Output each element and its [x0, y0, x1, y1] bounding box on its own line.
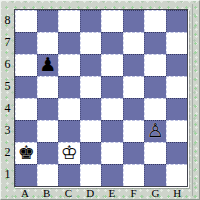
board-frame: 87654321 ♟♙♚♔ ABCDEFGH	[0, 0, 200, 200]
file-label-d: D	[79, 187, 101, 199]
square-g1[interactable]	[144, 164, 166, 186]
square-b4[interactable]	[37, 98, 59, 120]
rank-label-8: 8	[1, 9, 14, 31]
square-f8[interactable]	[123, 10, 145, 32]
square-a5[interactable]	[15, 76, 37, 98]
square-d7[interactable]	[80, 32, 102, 54]
black-pawn[interactable]: ♟	[39, 55, 56, 74]
square-g8[interactable]	[144, 10, 166, 32]
square-a8[interactable]	[15, 10, 37, 32]
square-f7[interactable]	[123, 32, 145, 54]
square-d1[interactable]	[80, 164, 102, 186]
rank-label-3: 3	[1, 119, 14, 141]
square-a3[interactable]	[15, 120, 37, 142]
square-f3[interactable]	[123, 120, 145, 142]
square-a4[interactable]	[15, 98, 37, 120]
square-h4[interactable]	[166, 98, 188, 120]
rank-label-7: 7	[1, 31, 14, 53]
square-e6[interactable]	[101, 54, 123, 76]
square-a2[interactable]: ♚	[15, 142, 37, 164]
square-f5[interactable]	[123, 76, 145, 98]
square-h2[interactable]	[166, 142, 188, 164]
rank-label-6: 6	[1, 53, 14, 75]
file-label-f: F	[123, 187, 145, 199]
square-h6[interactable]	[166, 54, 188, 76]
square-d5[interactable]	[80, 76, 102, 98]
square-a1[interactable]	[15, 164, 37, 186]
frame-groove	[192, 4, 193, 196]
rank-label-4: 4	[1, 97, 14, 119]
rank-label-5: 5	[1, 75, 14, 97]
square-d8[interactable]	[80, 10, 102, 32]
square-c5[interactable]	[58, 76, 80, 98]
square-f1[interactable]	[123, 164, 145, 186]
file-label-e: E	[101, 187, 123, 199]
square-e1[interactable]	[101, 164, 123, 186]
rank-label-2: 2	[1, 141, 14, 163]
square-h1[interactable]	[166, 164, 188, 186]
white-pawn[interactable]: ♙	[147, 121, 164, 140]
square-g7[interactable]	[144, 32, 166, 54]
square-g2[interactable]	[144, 142, 166, 164]
square-d4[interactable]	[80, 98, 102, 120]
square-g4[interactable]	[144, 98, 166, 120]
file-label-a: A	[14, 187, 36, 199]
rank-labels: 87654321	[1, 9, 14, 185]
square-a6[interactable]	[15, 54, 37, 76]
square-c8[interactable]	[58, 10, 80, 32]
square-h7[interactable]	[166, 32, 188, 54]
square-g3[interactable]: ♙	[144, 120, 166, 142]
square-c3[interactable]	[58, 120, 80, 142]
square-b5[interactable]	[37, 76, 59, 98]
square-e2[interactable]	[101, 142, 123, 164]
black-king[interactable]: ♚	[18, 143, 35, 162]
square-e8[interactable]	[101, 10, 123, 32]
square-f2[interactable]	[123, 142, 145, 164]
square-c2[interactable]: ♔	[58, 142, 80, 164]
square-e5[interactable]	[101, 76, 123, 98]
square-f4[interactable]	[123, 98, 145, 120]
square-e3[interactable]	[101, 120, 123, 142]
square-b3[interactable]	[37, 120, 59, 142]
square-a7[interactable]	[15, 32, 37, 54]
square-e4[interactable]	[101, 98, 123, 120]
square-b6[interactable]: ♟	[37, 54, 59, 76]
square-c6[interactable]	[58, 54, 80, 76]
square-c4[interactable]	[58, 98, 80, 120]
white-king[interactable]: ♔	[61, 143, 78, 162]
file-label-h: H	[166, 187, 188, 199]
square-h5[interactable]	[166, 76, 188, 98]
rank-label-1: 1	[1, 163, 14, 185]
file-label-g: G	[145, 187, 167, 199]
chess-board[interactable]: ♟♙♚♔	[14, 9, 188, 187]
square-b2[interactable]	[37, 142, 59, 164]
square-h3[interactable]	[166, 120, 188, 142]
square-f6[interactable]	[123, 54, 145, 76]
square-d2[interactable]	[80, 142, 102, 164]
square-e7[interactable]	[101, 32, 123, 54]
square-g5[interactable]	[144, 76, 166, 98]
square-b7[interactable]	[37, 32, 59, 54]
square-b8[interactable]	[37, 10, 59, 32]
square-h8[interactable]	[166, 10, 188, 32]
square-d6[interactable]	[80, 54, 102, 76]
square-b1[interactable]	[37, 164, 59, 186]
square-c1[interactable]	[58, 164, 80, 186]
square-g6[interactable]	[144, 54, 166, 76]
file-label-b: B	[36, 187, 58, 199]
file-label-c: C	[58, 187, 80, 199]
file-labels: ABCDEFGH	[14, 187, 188, 199]
square-d3[interactable]	[80, 120, 102, 142]
square-c7[interactable]	[58, 32, 80, 54]
